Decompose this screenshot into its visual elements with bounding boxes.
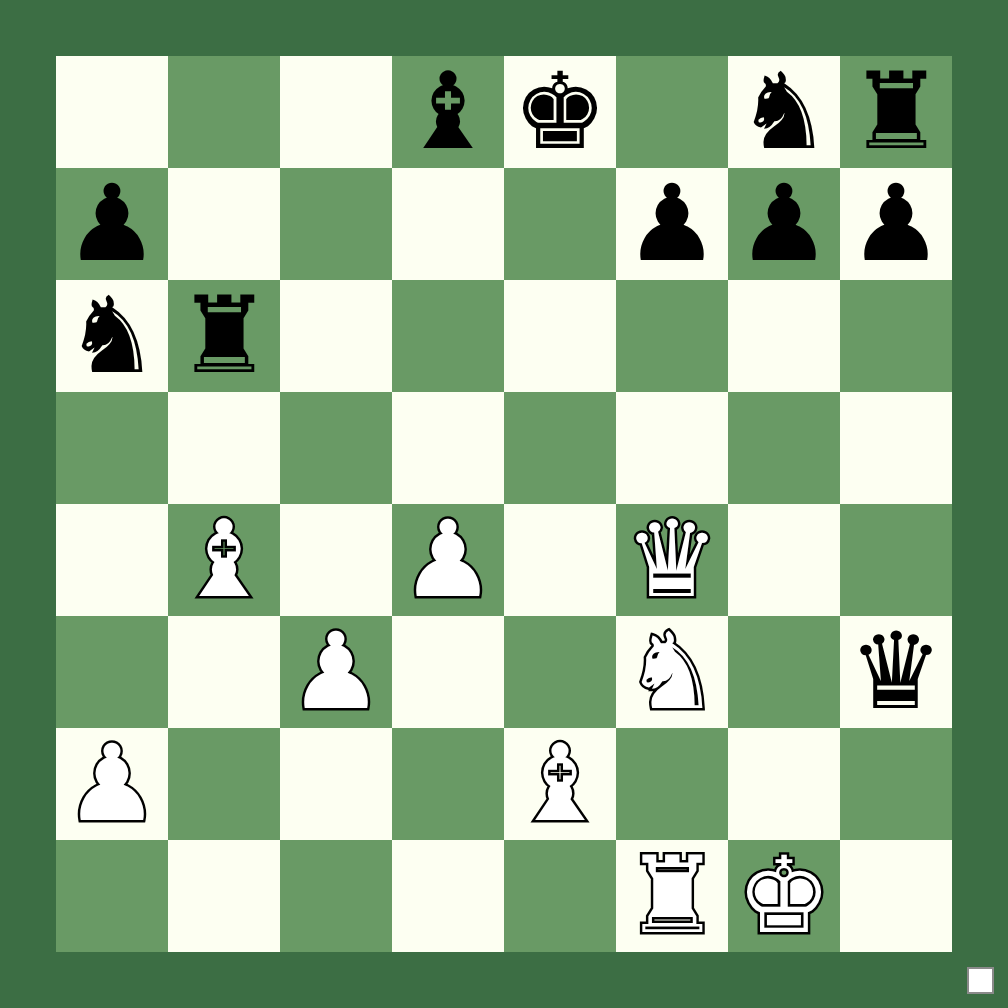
rank-label-5-right [952,392,1008,504]
black-pawn: ♟ [624,168,719,280]
square-g3[interactable] [728,616,840,728]
square-b3[interactable] [168,616,280,728]
square-a1[interactable] [56,840,168,952]
square-c5[interactable] [280,392,392,504]
square-f3[interactable]: ♞ [616,616,728,728]
square-e4[interactable] [504,504,616,616]
rank-label-1-left [0,840,56,952]
square-d8[interactable]: ♝ [392,56,504,168]
square-d7[interactable] [392,168,504,280]
square-h1[interactable] [840,840,952,952]
square-c1[interactable] [280,840,392,952]
black-knight: ♞ [736,56,831,168]
white-bishop: ♝ [512,728,607,840]
square-c8[interactable] [280,56,392,168]
black-pawn: ♟ [64,168,159,280]
square-g6[interactable] [728,280,840,392]
square-e2[interactable]: ♝ [504,728,616,840]
square-g5[interactable] [728,392,840,504]
square-g8[interactable]: ♞ [728,56,840,168]
file-label-c-bottom [280,952,392,1008]
rank-label-5-left [0,392,56,504]
black-bishop: ♝ [400,56,495,168]
file-label-d-top [392,0,504,56]
white-bishop: ♝ [176,504,271,616]
square-c3[interactable]: ♟ [280,616,392,728]
file-label-b-top [168,0,280,56]
black-queen: ♛ [848,616,943,728]
rank-label-8-right [952,56,1008,168]
rank-label-6-left [0,280,56,392]
square-h6[interactable] [840,280,952,392]
square-f1[interactable]: ♜ [616,840,728,952]
square-d2[interactable] [392,728,504,840]
square-f4[interactable]: ♛ [616,504,728,616]
white-queen: ♛ [624,504,719,616]
square-g7[interactable]: ♟ [728,168,840,280]
square-e6[interactable] [504,280,616,392]
board-corner-bottom-left [0,952,56,1008]
file-label-h-bottom [840,952,952,1008]
white-pawn: ♟ [64,728,159,840]
square-h7[interactable]: ♟ [840,168,952,280]
board-corner-top-left [0,0,56,56]
square-b1[interactable] [168,840,280,952]
square-e7[interactable] [504,168,616,280]
black-king: ♚ [512,56,607,168]
square-h2[interactable] [840,728,952,840]
square-a3[interactable] [56,616,168,728]
file-label-f-bottom [616,952,728,1008]
rank-label-2-left [0,728,56,840]
square-f7[interactable]: ♟ [616,168,728,280]
square-e5[interactable] [504,392,616,504]
board-corner-top-right [952,0,1008,56]
square-g2[interactable] [728,728,840,840]
square-h8[interactable]: ♜ [840,56,952,168]
file-label-g-bottom [728,952,840,1008]
white-to-move-indicator [967,967,994,994]
file-label-c-top [280,0,392,56]
square-f5[interactable] [616,392,728,504]
white-pawn: ♟ [400,504,495,616]
square-d4[interactable]: ♟ [392,504,504,616]
white-pawn: ♟ [288,616,383,728]
square-a2[interactable]: ♟ [56,728,168,840]
square-c2[interactable] [280,728,392,840]
rank-label-3-left [0,616,56,728]
rank-label-7-right [952,168,1008,280]
black-rook: ♜ [176,280,271,392]
square-f6[interactable] [616,280,728,392]
square-a6[interactable]: ♞ [56,280,168,392]
square-e8[interactable]: ♚ [504,56,616,168]
square-f8[interactable] [616,56,728,168]
rank-label-6-right [952,280,1008,392]
black-rook: ♜ [848,56,943,168]
chessboard: ♝♚♞♜♟♟♟♟♞♜♝♟♛♟♞♛♟♝♜♚ [0,0,1008,1008]
file-label-e-bottom [504,952,616,1008]
square-h3[interactable]: ♛ [840,616,952,728]
file-label-a-top [56,0,168,56]
square-d5[interactable] [392,392,504,504]
square-h4[interactable] [840,504,952,616]
file-label-f-top [616,0,728,56]
file-label-e-top [504,0,616,56]
square-b5[interactable] [168,392,280,504]
square-b6[interactable]: ♜ [168,280,280,392]
file-label-h-top [840,0,952,56]
square-b8[interactable] [168,56,280,168]
square-c6[interactable] [280,280,392,392]
rank-label-8-left [0,56,56,168]
square-c7[interactable] [280,168,392,280]
square-a8[interactable] [56,56,168,168]
rank-label-2-right [952,728,1008,840]
file-label-a-bottom [56,952,168,1008]
rank-label-7-left [0,168,56,280]
square-e1[interactable] [504,840,616,952]
file-label-g-top [728,0,840,56]
board-corner-bottom-right [952,952,1008,1008]
square-d3[interactable] [392,616,504,728]
black-knight: ♞ [64,280,159,392]
square-f2[interactable] [616,728,728,840]
file-label-b-bottom [168,952,280,1008]
white-knight: ♞ [624,616,719,728]
square-b2[interactable] [168,728,280,840]
rank-label-3-right [952,616,1008,728]
rank-label-4-left [0,504,56,616]
square-d6[interactable] [392,280,504,392]
square-c4[interactable] [280,504,392,616]
square-d1[interactable] [392,840,504,952]
square-b7[interactable] [168,168,280,280]
square-a7[interactable]: ♟ [56,168,168,280]
square-a5[interactable] [56,392,168,504]
black-pawn: ♟ [736,168,831,280]
square-e3[interactable] [504,616,616,728]
square-a4[interactable] [56,504,168,616]
white-rook: ♜ [624,840,719,952]
rank-label-4-right [952,504,1008,616]
black-pawn: ♟ [848,168,943,280]
square-g1[interactable]: ♚ [728,840,840,952]
square-g4[interactable] [728,504,840,616]
white-king: ♚ [736,840,831,952]
rank-label-1-right [952,840,1008,952]
file-label-d-bottom [392,952,504,1008]
square-b4[interactable]: ♝ [168,504,280,616]
square-h5[interactable] [840,392,952,504]
